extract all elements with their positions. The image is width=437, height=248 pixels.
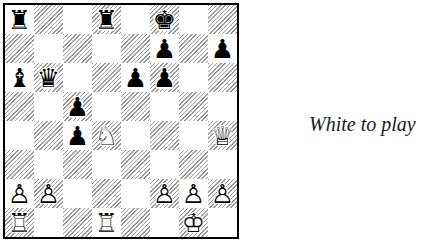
square-g6[interactable]: [179, 63, 208, 92]
square-e5[interactable]: [121, 92, 150, 121]
square-h2[interactable]: ♟♙: [208, 179, 237, 208]
piece-black-pawn[interactable]: ♟: [63, 121, 92, 150]
square-b3[interactable]: [34, 150, 63, 179]
square-f4[interactable]: [150, 121, 179, 150]
square-e2[interactable]: [121, 179, 150, 208]
square-e6[interactable]: ♟: [121, 63, 150, 92]
square-c1[interactable]: [63, 208, 92, 237]
square-d3[interactable]: [92, 150, 121, 179]
square-h4[interactable]: ♛♕: [208, 121, 237, 150]
square-g5[interactable]: [179, 92, 208, 121]
square-b2[interactable]: ♟♙: [34, 179, 63, 208]
piece-black-pawn[interactable]: ♟: [121, 63, 150, 92]
chess-board: ♜♜♚♟♟♝♛♟♟♟♟♞♘♛♕♟♙♟♙♟♙♟♙♟♙♜♖♜♖♚♔: [3, 3, 239, 239]
square-f2[interactable]: ♟♙: [150, 179, 179, 208]
square-d6[interactable]: [92, 63, 121, 92]
square-a6[interactable]: ♝: [5, 63, 34, 92]
square-c5[interactable]: ♟: [63, 92, 92, 121]
square-f8[interactable]: ♚: [150, 5, 179, 34]
piece-black-pawn[interactable]: ♟: [63, 92, 92, 121]
square-a1[interactable]: ♜♖: [5, 208, 34, 237]
page: ♜♜♚♟♟♝♛♟♟♟♟♞♘♛♕♟♙♟♙♟♙♟♙♟♙♜♖♜♖♚♔ White to…: [0, 0, 437, 248]
square-g2[interactable]: ♟♙: [179, 179, 208, 208]
piece-white-king[interactable]: ♔: [179, 208, 208, 237]
square-h3[interactable]: [208, 150, 237, 179]
piece-white-pawn[interactable]: ♙: [5, 179, 34, 208]
square-h7[interactable]: ♟: [208, 34, 237, 63]
square-e7[interactable]: [121, 34, 150, 63]
square-g1[interactable]: ♚♔: [179, 208, 208, 237]
square-h5[interactable]: [208, 92, 237, 121]
piece-white-pawn[interactable]: ♙: [150, 179, 179, 208]
piece-black-bishop[interactable]: ♝: [5, 63, 34, 92]
square-a7[interactable]: [5, 34, 34, 63]
square-d8[interactable]: ♜: [92, 5, 121, 34]
square-d2[interactable]: [92, 179, 121, 208]
square-b4[interactable]: [34, 121, 63, 150]
piece-white-pawn[interactable]: ♙: [34, 179, 63, 208]
square-a4[interactable]: [5, 121, 34, 150]
square-a8[interactable]: ♜: [5, 5, 34, 34]
square-g8[interactable]: [179, 5, 208, 34]
piece-white-pawn[interactable]: ♙: [179, 179, 208, 208]
piece-white-queen[interactable]: ♕: [208, 121, 237, 150]
square-b1[interactable]: [34, 208, 63, 237]
square-a5[interactable]: [5, 92, 34, 121]
piece-black-pawn[interactable]: ♟: [150, 34, 179, 63]
square-g3[interactable]: [179, 150, 208, 179]
square-h1[interactable]: [208, 208, 237, 237]
square-f6[interactable]: ♟: [150, 63, 179, 92]
piece-black-rook[interactable]: ♜: [92, 5, 121, 34]
piece-white-rook[interactable]: ♖: [5, 208, 34, 237]
square-h6[interactable]: [208, 63, 237, 92]
square-d5[interactable]: [92, 92, 121, 121]
square-b6[interactable]: ♛: [34, 63, 63, 92]
square-b8[interactable]: [34, 5, 63, 34]
piece-black-pawn[interactable]: ♟: [208, 34, 237, 63]
piece-white-rook[interactable]: ♖: [92, 208, 121, 237]
square-e4[interactable]: [121, 121, 150, 150]
square-e8[interactable]: [121, 5, 150, 34]
square-c3[interactable]: [63, 150, 92, 179]
square-g7[interactable]: [179, 34, 208, 63]
square-b5[interactable]: [34, 92, 63, 121]
square-a2[interactable]: ♟♙: [5, 179, 34, 208]
square-e3[interactable]: [121, 150, 150, 179]
piece-black-king[interactable]: ♚: [150, 5, 179, 34]
piece-black-pawn[interactable]: ♟: [150, 63, 179, 92]
square-e1[interactable]: [121, 208, 150, 237]
square-f3[interactable]: [150, 150, 179, 179]
square-c7[interactable]: [63, 34, 92, 63]
piece-black-rook[interactable]: ♜: [5, 5, 34, 34]
square-f5[interactable]: [150, 92, 179, 121]
square-a3[interactable]: [5, 150, 34, 179]
square-g4[interactable]: [179, 121, 208, 150]
square-d4[interactable]: ♞♘: [92, 121, 121, 150]
square-d7[interactable]: [92, 34, 121, 63]
square-f7[interactable]: ♟: [150, 34, 179, 63]
piece-black-queen[interactable]: ♛: [34, 63, 63, 92]
square-c6[interactable]: [63, 63, 92, 92]
square-f1[interactable]: [150, 208, 179, 237]
square-h8[interactable]: [208, 5, 237, 34]
square-b7[interactable]: [34, 34, 63, 63]
piece-white-knight[interactable]: ♘: [92, 121, 121, 150]
piece-white-pawn[interactable]: ♙: [208, 179, 237, 208]
square-c4[interactable]: ♟: [63, 121, 92, 150]
side-to-move-caption: White to play: [309, 111, 437, 137]
square-c8[interactable]: [63, 5, 92, 34]
square-c2[interactable]: [63, 179, 92, 208]
square-d1[interactable]: ♜♖: [92, 208, 121, 237]
